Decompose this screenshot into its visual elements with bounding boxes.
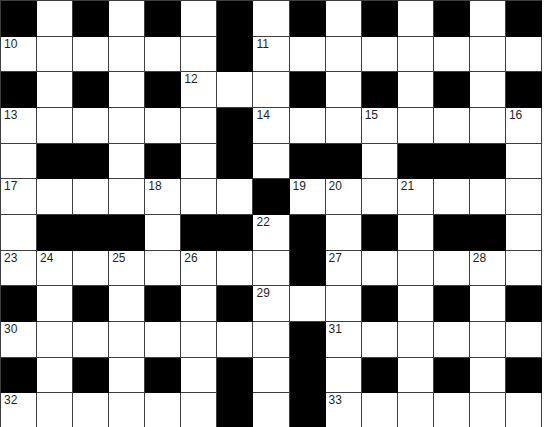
- grid-cell[interactable]: [506, 393, 542, 427]
- black-cell: [73, 358, 109, 394]
- black-cell: [470, 215, 506, 251]
- clue-number: 14: [256, 108, 269, 122]
- clue-number: 26: [184, 251, 197, 265]
- black-cell: [506, 1, 542, 37]
- grid-cell[interactable]: [290, 108, 326, 144]
- clue-number: 18: [148, 179, 161, 193]
- grid-cell[interactable]: 16: [506, 108, 542, 144]
- black-cell: [145, 72, 181, 108]
- grid-cell[interactable]: [290, 37, 326, 73]
- grid-cell[interactable]: [326, 358, 362, 394]
- grid-cell[interactable]: [109, 179, 145, 215]
- grid-cell[interactable]: 26: [181, 251, 217, 287]
- black-cell: [217, 358, 253, 394]
- black-cell: [290, 358, 326, 394]
- grid-cell[interactable]: 32: [1, 393, 37, 427]
- clue-number: 19: [293, 179, 306, 193]
- black-cell: [37, 215, 73, 251]
- grid-cell[interactable]: [73, 393, 109, 427]
- black-cell: [506, 358, 542, 394]
- grid-cell[interactable]: [181, 358, 217, 394]
- clue-number: 21: [401, 179, 414, 193]
- grid-cell[interactable]: [470, 322, 506, 358]
- black-cell: [362, 286, 398, 322]
- grid-cell[interactable]: [470, 358, 506, 394]
- clue-number: 22: [256, 215, 269, 229]
- black-cell: [73, 286, 109, 322]
- grid-cell[interactable]: [470, 1, 506, 37]
- black-cell: [362, 358, 398, 394]
- grid-cell[interactable]: [37, 1, 73, 37]
- clue-number: 13: [4, 108, 17, 122]
- grid-cell[interactable]: 11: [253, 37, 289, 73]
- clue-number: 32: [4, 393, 17, 407]
- black-cell: [1, 72, 37, 108]
- grid-cell[interactable]: 22: [253, 215, 289, 251]
- grid-cell[interactable]: [145, 251, 181, 287]
- grid-cell[interactable]: [398, 286, 434, 322]
- grid-cell[interactable]: [181, 322, 217, 358]
- clue-number: 17: [4, 179, 17, 193]
- grid-cell[interactable]: [181, 286, 217, 322]
- black-cell: [181, 215, 217, 251]
- grid-cell[interactable]: [362, 251, 398, 287]
- black-cell: [73, 215, 109, 251]
- grid-cell[interactable]: [253, 1, 289, 37]
- grid-cell[interactable]: [37, 393, 73, 427]
- grid-cell[interactable]: [470, 37, 506, 73]
- clue-number: 12: [184, 72, 197, 86]
- grid-cell[interactable]: 28: [470, 251, 506, 287]
- grid-cell[interactable]: [109, 72, 145, 108]
- grid-cell[interactable]: [181, 393, 217, 427]
- grid-cell[interactable]: [253, 358, 289, 394]
- black-cell: [217, 144, 253, 180]
- grid-cell[interactable]: [506, 251, 542, 287]
- grid-cell[interactable]: [326, 1, 362, 37]
- black-cell: [217, 215, 253, 251]
- grid-cell[interactable]: [217, 72, 253, 108]
- grid-cell[interactable]: 15: [362, 108, 398, 144]
- grid-cell[interactable]: [434, 393, 470, 427]
- grid-cell[interactable]: 33: [326, 393, 362, 427]
- grid-cell[interactable]: [326, 108, 362, 144]
- clue-number: 33: [329, 393, 342, 407]
- grid-cell[interactable]: [398, 37, 434, 73]
- grid-cell[interactable]: [434, 37, 470, 73]
- grid-cell[interactable]: 21: [398, 179, 434, 215]
- black-cell: [290, 215, 326, 251]
- grid-cell[interactable]: [145, 393, 181, 427]
- grid-cell[interactable]: [109, 144, 145, 180]
- grid-cell[interactable]: [37, 322, 73, 358]
- clue-number: 29: [256, 286, 269, 300]
- grid-cell[interactable]: 29: [253, 286, 289, 322]
- grid-cell[interactable]: [470, 179, 506, 215]
- black-cell: [253, 179, 289, 215]
- grid-cell[interactable]: [145, 215, 181, 251]
- grid-cell[interactable]: [37, 286, 73, 322]
- grid-cell[interactable]: [326, 286, 362, 322]
- grid-cell[interactable]: [37, 72, 73, 108]
- grid-cell[interactable]: [470, 393, 506, 427]
- grid-cell[interactable]: [506, 144, 542, 180]
- grid-cell[interactable]: [470, 72, 506, 108]
- grid-cell[interactable]: [398, 393, 434, 427]
- black-cell: [145, 1, 181, 37]
- grid-cell[interactable]: [362, 37, 398, 73]
- clue-number: 10: [4, 37, 17, 51]
- grid-cell[interactable]: [398, 1, 434, 37]
- grid-cell[interactable]: [326, 215, 362, 251]
- grid-cell[interactable]: [290, 286, 326, 322]
- grid-cell[interactable]: [109, 358, 145, 394]
- clue-number: 30: [4, 322, 17, 336]
- grid-cell[interactable]: [73, 37, 109, 73]
- grid-cell[interactable]: 12: [181, 72, 217, 108]
- grid-cell[interactable]: [109, 286, 145, 322]
- grid-cell[interactable]: [181, 179, 217, 215]
- grid-cell[interactable]: [326, 72, 362, 108]
- black-cell: [434, 72, 470, 108]
- grid-cell[interactable]: [470, 108, 506, 144]
- black-cell: [434, 144, 470, 180]
- black-cell: [326, 144, 362, 180]
- grid-cell[interactable]: [398, 108, 434, 144]
- grid-cell[interactable]: [109, 37, 145, 73]
- clue-number: 27: [329, 251, 342, 265]
- grid-cell[interactable]: [217, 322, 253, 358]
- grid-cell[interactable]: [217, 251, 253, 287]
- grid-cell[interactable]: [1, 215, 37, 251]
- black-cell: [290, 322, 326, 358]
- black-cell: [434, 358, 470, 394]
- grid-cell[interactable]: [434, 179, 470, 215]
- grid-cell[interactable]: [506, 37, 542, 73]
- grid-cell[interactable]: [362, 322, 398, 358]
- black-cell: [73, 144, 109, 180]
- grid-cell[interactable]: [434, 322, 470, 358]
- grid-cell[interactable]: 24: [37, 251, 73, 287]
- grid-cell[interactable]: 10: [1, 37, 37, 73]
- grid-cell[interactable]: [37, 358, 73, 394]
- grid-cell[interactable]: 18: [145, 179, 181, 215]
- black-cell: [109, 215, 145, 251]
- grid-cell[interactable]: 23: [1, 251, 37, 287]
- grid-cell[interactable]: [37, 179, 73, 215]
- grid-cell[interactable]: [217, 179, 253, 215]
- crossword-grid: 1011121314151617181920212223242526272829…: [0, 0, 542, 427]
- black-cell: [217, 37, 253, 73]
- grid-cell[interactable]: [73, 322, 109, 358]
- black-cell: [73, 1, 109, 37]
- grid-cell[interactable]: [398, 358, 434, 394]
- grid-cell[interactable]: [362, 179, 398, 215]
- grid-cell[interactable]: [73, 251, 109, 287]
- grid-cell[interactable]: [109, 108, 145, 144]
- grid-cell[interactable]: [253, 72, 289, 108]
- grid-cell[interactable]: [253, 251, 289, 287]
- grid-cell[interactable]: [1, 144, 37, 180]
- grid-cell[interactable]: [181, 144, 217, 180]
- black-cell: [434, 1, 470, 37]
- grid-cell[interactable]: [109, 322, 145, 358]
- grid-cell[interactable]: [253, 144, 289, 180]
- grid-cell[interactable]: [181, 1, 217, 37]
- grid-cell[interactable]: [362, 393, 398, 427]
- grid-cell[interactable]: [145, 108, 181, 144]
- clue-number: 25: [112, 251, 125, 265]
- clue-number: 20: [329, 179, 342, 193]
- grid-cell[interactable]: 14: [253, 108, 289, 144]
- grid-cell[interactable]: 25: [109, 251, 145, 287]
- grid-cell[interactable]: [434, 251, 470, 287]
- grid-cell[interactable]: 30: [1, 322, 37, 358]
- grid-cell[interactable]: [145, 322, 181, 358]
- black-cell: [145, 358, 181, 394]
- black-cell: [37, 144, 73, 180]
- grid-cell[interactable]: [362, 144, 398, 180]
- black-cell: [1, 286, 37, 322]
- black-cell: [145, 286, 181, 322]
- black-cell: [290, 144, 326, 180]
- grid-cell[interactable]: 20: [326, 179, 362, 215]
- grid-cell[interactable]: [506, 322, 542, 358]
- grid-cell[interactable]: [506, 215, 542, 251]
- black-cell: [362, 1, 398, 37]
- grid-cell[interactable]: [73, 179, 109, 215]
- grid-cell[interactable]: [434, 108, 470, 144]
- grid-cell[interactable]: [326, 37, 362, 73]
- clue-number: 24: [40, 251, 53, 265]
- black-cell: [398, 144, 434, 180]
- grid-cell[interactable]: 17: [1, 179, 37, 215]
- grid-cell[interactable]: [398, 251, 434, 287]
- grid-cell[interactable]: 31: [326, 322, 362, 358]
- grid-cell[interactable]: [181, 108, 217, 144]
- grid-cell[interactable]: [109, 393, 145, 427]
- grid-cell[interactable]: [506, 179, 542, 215]
- black-cell: [217, 286, 253, 322]
- black-cell: [506, 72, 542, 108]
- black-cell: [73, 72, 109, 108]
- clue-number: 15: [365, 108, 378, 122]
- black-cell: [290, 251, 326, 287]
- black-cell: [290, 72, 326, 108]
- black-cell: [1, 1, 37, 37]
- grid-cell[interactable]: [37, 37, 73, 73]
- black-cell: [145, 144, 181, 180]
- black-cell: [1, 358, 37, 394]
- black-cell: [434, 215, 470, 251]
- black-cell: [217, 393, 253, 427]
- black-cell: [217, 1, 253, 37]
- grid-cell[interactable]: [253, 322, 289, 358]
- clue-number: 31: [329, 322, 342, 336]
- grid-cell[interactable]: [253, 393, 289, 427]
- black-cell: [470, 144, 506, 180]
- black-cell: [290, 393, 326, 427]
- grid-cell[interactable]: [109, 1, 145, 37]
- grid-cell[interactable]: [181, 37, 217, 73]
- clue-number: 16: [509, 108, 522, 122]
- black-cell: [290, 1, 326, 37]
- grid-cell[interactable]: 19: [290, 179, 326, 215]
- grid-cell[interactable]: 13: [1, 108, 37, 144]
- grid-cell[interactable]: 27: [326, 251, 362, 287]
- grid-cell[interactable]: [398, 322, 434, 358]
- black-cell: [506, 286, 542, 322]
- black-cell: [362, 72, 398, 108]
- grid-cell[interactable]: [73, 108, 109, 144]
- black-cell: [217, 108, 253, 144]
- grid-cell[interactable]: [398, 72, 434, 108]
- black-cell: [434, 286, 470, 322]
- grid-cell[interactable]: [145, 37, 181, 73]
- grid-cell[interactable]: [470, 286, 506, 322]
- grid-cell[interactable]: [398, 215, 434, 251]
- grid-cell[interactable]: [37, 108, 73, 144]
- clue-number: 11: [256, 37, 268, 51]
- black-cell: [362, 215, 398, 251]
- clue-number: 28: [473, 251, 486, 265]
- clue-number: 23: [4, 251, 17, 265]
